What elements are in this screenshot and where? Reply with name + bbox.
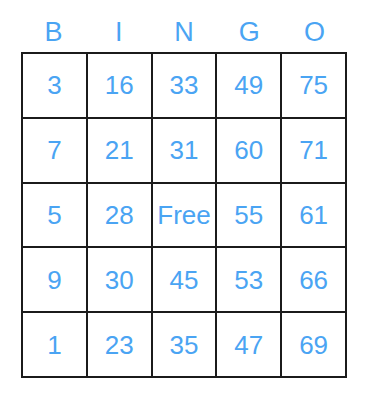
cell-r3c4[interactable]: 55 xyxy=(216,183,281,248)
cell-r1c5[interactable]: 75 xyxy=(281,53,346,118)
free-cell[interactable]: Free xyxy=(152,183,217,248)
header-letter-g: G xyxy=(217,16,282,48)
header-letter-o: O xyxy=(282,16,347,48)
cell-r3c5[interactable]: 61 xyxy=(281,183,346,248)
cell-r2c2[interactable]: 21 xyxy=(87,118,152,183)
cell-r4c2[interactable]: 30 xyxy=(87,247,152,312)
cell-r3c2[interactable]: 28 xyxy=(87,183,152,248)
header-letter-n: N xyxy=(151,16,216,48)
bingo-grid: 3 16 33 49 75 7 21 31 60 71 5 28 Free 55… xyxy=(21,52,347,378)
cell-r5c3[interactable]: 35 xyxy=(152,312,217,377)
cell-r1c3[interactable]: 33 xyxy=(152,53,217,118)
cell-r5c4[interactable]: 47 xyxy=(216,312,281,377)
cell-r5c2[interactable]: 23 xyxy=(87,312,152,377)
bingo-header: B I N G O xyxy=(21,16,347,48)
cell-r5c5[interactable]: 69 xyxy=(281,312,346,377)
bingo-card: B I N G O 3 16 33 49 75 7 21 31 60 71 5 … xyxy=(0,0,369,400)
cell-r2c1[interactable]: 7 xyxy=(22,118,87,183)
cell-r2c5[interactable]: 71 xyxy=(281,118,346,183)
cell-r4c1[interactable]: 9 xyxy=(22,247,87,312)
cell-r4c3[interactable]: 45 xyxy=(152,247,217,312)
cell-r2c4[interactable]: 60 xyxy=(216,118,281,183)
cell-r2c3[interactable]: 31 xyxy=(152,118,217,183)
cell-r4c4[interactable]: 53 xyxy=(216,247,281,312)
cell-r1c4[interactable]: 49 xyxy=(216,53,281,118)
cell-r3c1[interactable]: 5 xyxy=(22,183,87,248)
cell-r1c1[interactable]: 3 xyxy=(22,53,87,118)
cell-r4c5[interactable]: 66 xyxy=(281,247,346,312)
header-letter-i: I xyxy=(86,16,151,48)
cell-r5c1[interactable]: 1 xyxy=(22,312,87,377)
cell-r1c2[interactable]: 16 xyxy=(87,53,152,118)
header-letter-b: B xyxy=(21,16,86,48)
